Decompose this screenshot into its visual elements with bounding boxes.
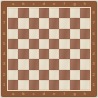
square-a7[interactable] (8, 18, 18, 28)
file-label-top-b: b (20, 2, 26, 6)
square-d8[interactable] (39, 8, 49, 18)
square-h2[interactable] (80, 70, 90, 80)
square-b6[interactable] (18, 29, 28, 39)
square-a2[interactable] (8, 70, 18, 80)
file-label-bottom-g: g (72, 92, 78, 96)
square-b3[interactable] (18, 59, 28, 69)
square-b5[interactable] (18, 39, 28, 49)
chess-board: aabbccddeeffgghh8877665544332211 (0, 0, 98, 98)
square-h4[interactable] (80, 49, 90, 59)
rank-label-right-5: 5 (91, 42, 97, 46)
file-label-bottom-f: f (61, 92, 67, 96)
file-label-bottom-c: c (31, 92, 37, 96)
file-label-top-g: g (72, 2, 78, 6)
square-f2[interactable] (59, 70, 69, 80)
square-e6[interactable] (49, 29, 59, 39)
square-c4[interactable] (29, 49, 39, 59)
square-f8[interactable] (59, 8, 69, 18)
square-g5[interactable] (70, 39, 80, 49)
square-g2[interactable] (70, 70, 80, 80)
rank-label-left-3: 3 (1, 62, 7, 66)
square-b4[interactable] (18, 49, 28, 59)
file-label-bottom-h: h (82, 92, 88, 96)
square-c2[interactable] (29, 70, 39, 80)
rank-label-right-2: 2 (91, 73, 97, 77)
rank-label-right-4: 4 (91, 52, 97, 56)
square-f7[interactable] (59, 18, 69, 28)
file-label-top-h: h (82, 2, 88, 6)
square-c3[interactable] (29, 59, 39, 69)
square-d5[interactable] (39, 39, 49, 49)
square-h3[interactable] (80, 59, 90, 69)
file-label-bottom-b: b (20, 92, 26, 96)
square-e4[interactable] (49, 49, 59, 59)
square-g6[interactable] (70, 29, 80, 39)
rank-label-right-6: 6 (91, 32, 97, 36)
square-e1[interactable] (49, 80, 59, 90)
square-d2[interactable] (39, 70, 49, 80)
board-field (7, 7, 91, 91)
square-c8[interactable] (29, 8, 39, 18)
square-b1[interactable] (18, 80, 28, 90)
rank-label-right-3: 3 (91, 62, 97, 66)
square-g7[interactable] (70, 18, 80, 28)
square-a1[interactable] (8, 80, 18, 90)
square-f4[interactable] (59, 49, 69, 59)
file-label-top-f: f (61, 2, 67, 6)
rank-label-right-7: 7 (91, 21, 97, 25)
file-label-bottom-a: a (10, 92, 16, 96)
file-label-bottom-e: e (51, 92, 57, 96)
square-d1[interactable] (39, 80, 49, 90)
file-label-bottom-d: d (41, 92, 47, 96)
rank-label-left-6: 6 (1, 32, 7, 36)
square-e2[interactable] (49, 70, 59, 80)
square-e7[interactable] (49, 18, 59, 28)
rank-label-left-5: 5 (1, 42, 7, 46)
square-a3[interactable] (8, 59, 18, 69)
rank-label-right-1: 1 (91, 83, 97, 87)
square-c5[interactable] (29, 39, 39, 49)
file-label-top-d: d (41, 2, 47, 6)
square-h8[interactable] (80, 8, 90, 18)
square-e8[interactable] (49, 8, 59, 18)
file-label-top-a: a (10, 2, 16, 6)
square-a6[interactable] (8, 29, 18, 39)
square-d3[interactable] (39, 59, 49, 69)
square-f1[interactable] (59, 80, 69, 90)
rank-label-left-1: 1 (1, 83, 7, 87)
rank-label-left-2: 2 (1, 73, 7, 77)
square-h6[interactable] (80, 29, 90, 39)
square-e5[interactable] (49, 39, 59, 49)
rank-label-right-8: 8 (91, 11, 97, 15)
square-b2[interactable] (18, 70, 28, 80)
square-h1[interactable] (80, 80, 90, 90)
square-c1[interactable] (29, 80, 39, 90)
square-f5[interactable] (59, 39, 69, 49)
square-a8[interactable] (8, 8, 18, 18)
file-label-top-e: e (51, 2, 57, 6)
square-g8[interactable] (70, 8, 80, 18)
rank-label-left-4: 4 (1, 52, 7, 56)
square-f3[interactable] (59, 59, 69, 69)
square-d4[interactable] (39, 49, 49, 59)
square-d6[interactable] (39, 29, 49, 39)
square-e3[interactable] (49, 59, 59, 69)
board-grid (8, 8, 90, 90)
file-label-top-c: c (31, 2, 37, 6)
square-b8[interactable] (18, 8, 28, 18)
square-g1[interactable] (70, 80, 80, 90)
rank-label-left-8: 8 (1, 11, 7, 15)
square-c7[interactable] (29, 18, 39, 28)
square-a4[interactable] (8, 49, 18, 59)
square-g3[interactable] (70, 59, 80, 69)
square-h7[interactable] (80, 18, 90, 28)
rank-label-left-7: 7 (1, 21, 7, 25)
square-f6[interactable] (59, 29, 69, 39)
square-b7[interactable] (18, 18, 28, 28)
square-d7[interactable] (39, 18, 49, 28)
square-a5[interactable] (8, 39, 18, 49)
square-c6[interactable] (29, 29, 39, 39)
square-h5[interactable] (80, 39, 90, 49)
square-g4[interactable] (70, 49, 80, 59)
